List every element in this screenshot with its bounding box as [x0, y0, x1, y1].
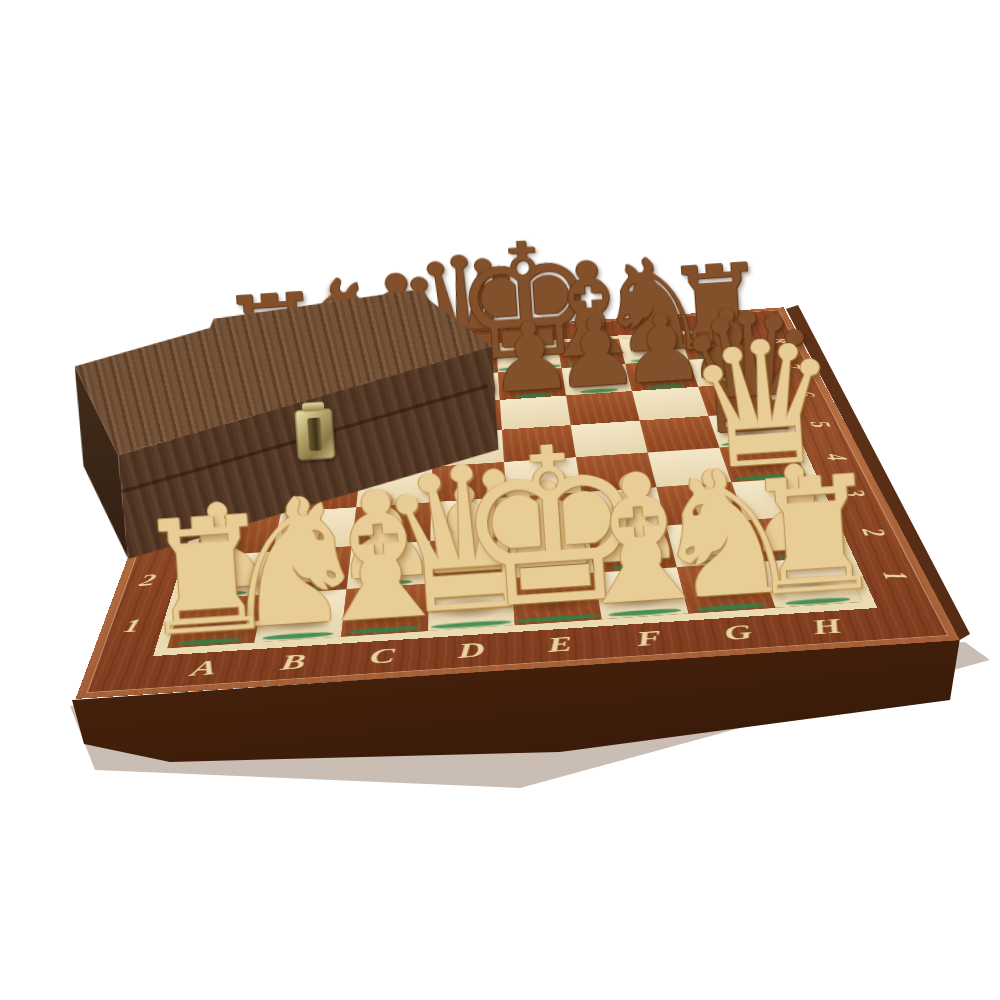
square-f1: ♝ [594, 567, 688, 619]
file-label-h: H [779, 612, 879, 646]
square-a1: ♜ [167, 595, 264, 648]
file-label-d: D [427, 635, 517, 670]
scene: ♜♞♝♛♚♝♞♜♟♟♟♟♟♟♟♟♛♛♟♟♟♟♟♟♟♟♜♞♝♛♚♝♞♜ ABCDE… [0, 0, 1000, 1000]
white-bishop: ♝ [556, 455, 724, 620]
square-h1: ♜ [759, 556, 862, 607]
white-rook: ♜ [739, 462, 889, 609]
file-label-e: E [515, 629, 607, 664]
white-bishop: ♝ [296, 472, 464, 637]
chess-board: ♜♞♝♛♚♝♞♜♟♟♟♟♟♟♟♟♛♛♟♟♟♟♟♟♟♟♜♞♝♛♚♝♞♜ ABCDE… [76, 307, 960, 699]
file-label-a: A [156, 652, 252, 687]
chess-set-product-photo: ♜♞♝♛♚♝♞♜♟♟♟♟♟♟♟♟♛♛♟♟♟♟♟♟♟♟♜♞♝♛♚♝♞♜ ABCDE… [0, 0, 1000, 1000]
file-label-b: B [246, 646, 340, 681]
file-label-c: C [337, 641, 428, 676]
box-clasp [295, 408, 336, 461]
file-label-g: G [691, 617, 789, 651]
file-label-f: F [603, 623, 698, 657]
white-rook: ♜ [132, 502, 282, 649]
square-c1: ♝ [341, 584, 429, 637]
